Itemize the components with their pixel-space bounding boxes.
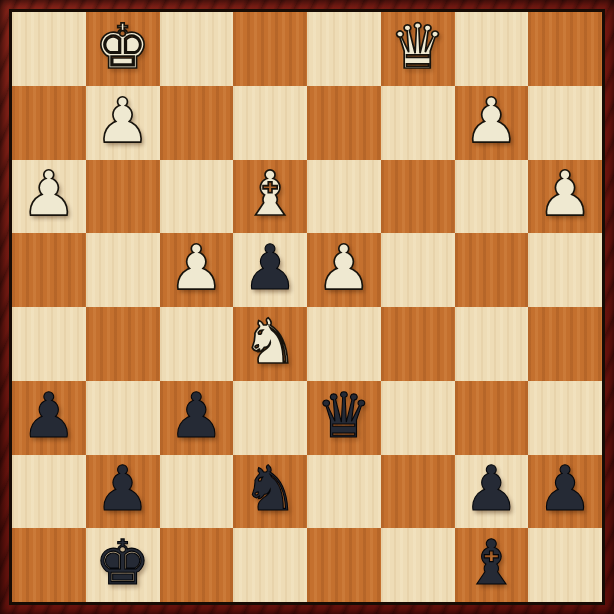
white-knight-d4[interactable]: ♞ (242, 311, 298, 373)
square-b3[interactable] (86, 381, 160, 455)
square-a7[interactable] (12, 86, 86, 160)
square-a1[interactable] (12, 528, 86, 602)
square-f3[interactable] (381, 381, 455, 455)
white-pawn-c5[interactable]: ♟ (169, 237, 225, 299)
white-pawn-g7[interactable]: ♟ (464, 90, 520, 152)
square-g8[interactable] (455, 12, 529, 86)
square-b1[interactable]: ♚ (86, 528, 160, 602)
square-h1[interactable] (528, 528, 602, 602)
black-bishop-g1[interactable]: ♝ (464, 532, 520, 594)
square-c7[interactable] (160, 86, 234, 160)
black-pawn-d5[interactable]: ♟ (242, 237, 298, 299)
square-a8[interactable] (12, 12, 86, 86)
square-c2[interactable] (160, 455, 234, 529)
square-d4[interactable]: ♞ (233, 307, 307, 381)
white-pawn-h6[interactable]: ♟ (537, 163, 593, 225)
black-pawn-b2[interactable]: ♟ (95, 458, 151, 520)
square-a2[interactable] (12, 455, 86, 529)
square-c3[interactable]: ♟ (160, 381, 234, 455)
square-h2[interactable]: ♟ (528, 455, 602, 529)
square-d3[interactable] (233, 381, 307, 455)
square-f1[interactable] (381, 528, 455, 602)
square-d6[interactable]: ♝ (233, 160, 307, 234)
black-pawn-h2[interactable]: ♟ (537, 458, 593, 520)
square-c6[interactable] (160, 160, 234, 234)
white-pawn-a6[interactable]: ♟ (21, 163, 77, 225)
black-knight-d2[interactable]: ♞ (242, 458, 298, 520)
square-e3[interactable]: ♛ (307, 381, 381, 455)
square-c1[interactable] (160, 528, 234, 602)
square-f2[interactable] (381, 455, 455, 529)
square-g4[interactable] (455, 307, 529, 381)
square-f8[interactable]: ♛ (381, 12, 455, 86)
square-d7[interactable] (233, 86, 307, 160)
square-a6[interactable]: ♟ (12, 160, 86, 234)
square-d5[interactable]: ♟ (233, 233, 307, 307)
square-e7[interactable] (307, 86, 381, 160)
square-d2[interactable]: ♞ (233, 455, 307, 529)
square-g6[interactable] (455, 160, 529, 234)
square-b2[interactable]: ♟ (86, 455, 160, 529)
white-pawn-e5[interactable]: ♟ (316, 237, 372, 299)
square-e1[interactable] (307, 528, 381, 602)
square-g2[interactable]: ♟ (455, 455, 529, 529)
black-queen-e3[interactable]: ♛ (316, 385, 372, 447)
square-e8[interactable] (307, 12, 381, 86)
chessboard: ♚♛♟♟♟♝♟♟♟♟♞♟♟♛♟♞♟♟♚♝ (9, 9, 605, 605)
square-b6[interactable] (86, 160, 160, 234)
black-king-b1[interactable]: ♚ (95, 532, 151, 594)
square-b4[interactable] (86, 307, 160, 381)
square-c4[interactable] (160, 307, 234, 381)
square-h6[interactable]: ♟ (528, 160, 602, 234)
square-a5[interactable] (12, 233, 86, 307)
square-h8[interactable] (528, 12, 602, 86)
square-e4[interactable] (307, 307, 381, 381)
square-c8[interactable] (160, 12, 234, 86)
square-d1[interactable] (233, 528, 307, 602)
square-e6[interactable] (307, 160, 381, 234)
square-b8[interactable]: ♚ (86, 12, 160, 86)
white-queen-f8[interactable]: ♛ (390, 16, 446, 78)
square-f5[interactable] (381, 233, 455, 307)
white-pawn-b7[interactable]: ♟ (95, 90, 151, 152)
white-bishop-d6[interactable]: ♝ (242, 163, 298, 225)
square-h4[interactable] (528, 307, 602, 381)
square-f6[interactable] (381, 160, 455, 234)
square-f7[interactable] (381, 86, 455, 160)
square-h3[interactable] (528, 381, 602, 455)
square-a3[interactable]: ♟ (12, 381, 86, 455)
square-d8[interactable] (233, 12, 307, 86)
square-g5[interactable] (455, 233, 529, 307)
black-pawn-a3[interactable]: ♟ (21, 385, 77, 447)
square-a4[interactable] (12, 307, 86, 381)
square-f4[interactable] (381, 307, 455, 381)
square-b5[interactable] (86, 233, 160, 307)
square-g1[interactable]: ♝ (455, 528, 529, 602)
chessboard-frame: ♚♛♟♟♟♝♟♟♟♟♞♟♟♛♟♞♟♟♚♝ (0, 0, 614, 614)
square-c5[interactable]: ♟ (160, 233, 234, 307)
square-h7[interactable] (528, 86, 602, 160)
square-g3[interactable] (455, 381, 529, 455)
square-b7[interactable]: ♟ (86, 86, 160, 160)
black-pawn-g2[interactable]: ♟ (464, 458, 520, 520)
square-g7[interactable]: ♟ (455, 86, 529, 160)
square-h5[interactable] (528, 233, 602, 307)
white-king-b8[interactable]: ♚ (95, 16, 151, 78)
black-pawn-c3[interactable]: ♟ (169, 385, 225, 447)
square-e2[interactable] (307, 455, 381, 529)
square-e5[interactable]: ♟ (307, 233, 381, 307)
